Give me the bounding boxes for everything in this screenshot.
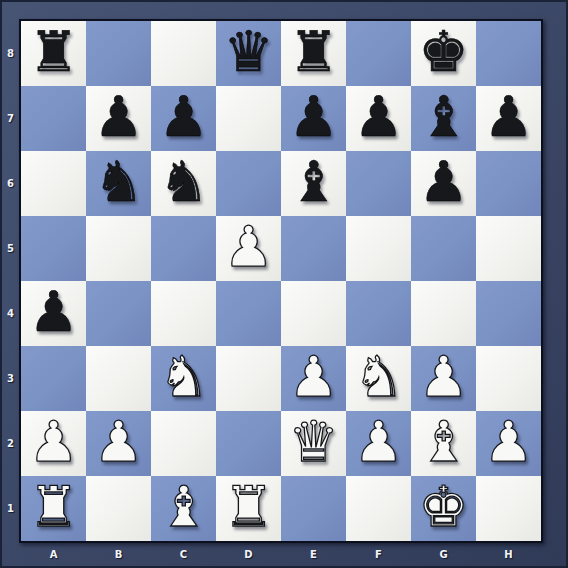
square-h4[interactable] [476, 281, 541, 346]
square-g6[interactable]: ♟ [411, 151, 476, 216]
square-a6[interactable] [21, 151, 86, 216]
black-knight-b6: ♞ [93, 154, 143, 210]
square-b1[interactable] [86, 476, 151, 541]
square-g3[interactable]: ♟ [411, 346, 476, 411]
square-b4[interactable] [86, 281, 151, 346]
white-bishop-c1: ♝ [158, 479, 208, 535]
square-f3[interactable]: ♞ [346, 346, 411, 411]
square-d6[interactable] [216, 151, 281, 216]
white-bishop-g2: ♝ [418, 414, 468, 470]
black-queen-d8: ♛ [223, 24, 273, 80]
square-c6[interactable]: ♞ [151, 151, 216, 216]
square-d5[interactable]: ♟ [216, 216, 281, 281]
file-label-a: A [21, 546, 86, 562]
square-h6[interactable] [476, 151, 541, 216]
square-c4[interactable] [151, 281, 216, 346]
white-pawn-h2: ♟ [483, 414, 533, 470]
square-c5[interactable] [151, 216, 216, 281]
rank-label-8: 8 [2, 21, 19, 86]
file-label-c: C [151, 546, 216, 562]
square-f4[interactable] [346, 281, 411, 346]
square-a4[interactable]: ♟ [21, 281, 86, 346]
rank-label-4: 4 [2, 281, 19, 346]
square-e3[interactable]: ♟ [281, 346, 346, 411]
black-pawn-f7: ♟ [353, 89, 403, 145]
black-bishop-e6: ♝ [288, 154, 338, 210]
square-d3[interactable] [216, 346, 281, 411]
black-pawn-g6: ♟ [418, 154, 468, 210]
square-c2[interactable] [151, 411, 216, 476]
chess-board: ♜♛♜♚♟♟♟♟♝♟♞♞♝♟♟♟♞♟♞♟♟♟♛♟♝♟♜♝♜♚ [19, 19, 543, 543]
square-d2[interactable] [216, 411, 281, 476]
black-pawn-b7: ♟ [93, 89, 143, 145]
file-label-d: D [216, 546, 281, 562]
rank-label-6: 6 [2, 151, 19, 216]
white-pawn-e3: ♟ [288, 349, 338, 405]
black-pawn-e7: ♟ [288, 89, 338, 145]
square-b3[interactable] [86, 346, 151, 411]
black-pawn-c7: ♟ [158, 89, 208, 145]
white-rook-a1: ♜ [28, 479, 78, 535]
black-rook-a8: ♜ [28, 24, 78, 80]
square-h3[interactable] [476, 346, 541, 411]
rank-label-3: 3 [2, 346, 19, 411]
square-d1[interactable]: ♜ [216, 476, 281, 541]
square-d4[interactable] [216, 281, 281, 346]
rank-label-5: 5 [2, 216, 19, 281]
white-pawn-b2: ♟ [93, 414, 143, 470]
square-e7[interactable]: ♟ [281, 86, 346, 151]
square-g1[interactable]: ♚ [411, 476, 476, 541]
square-a1[interactable]: ♜ [21, 476, 86, 541]
square-c7[interactable]: ♟ [151, 86, 216, 151]
white-knight-c3: ♞ [158, 349, 208, 405]
square-b2[interactable]: ♟ [86, 411, 151, 476]
white-king-g1: ♚ [418, 479, 468, 535]
square-b7[interactable]: ♟ [86, 86, 151, 151]
square-e2[interactable]: ♛ [281, 411, 346, 476]
square-c3[interactable]: ♞ [151, 346, 216, 411]
square-g5[interactable] [411, 216, 476, 281]
file-label-g: G [411, 546, 476, 562]
rank-label-1: 1 [2, 476, 19, 541]
black-bishop-g7: ♝ [418, 89, 468, 145]
square-f2[interactable]: ♟ [346, 411, 411, 476]
file-label-b: B [86, 546, 151, 562]
white-pawn-f2: ♟ [353, 414, 403, 470]
square-f6[interactable] [346, 151, 411, 216]
file-label-f: F [346, 546, 411, 562]
square-a3[interactable] [21, 346, 86, 411]
square-a7[interactable] [21, 86, 86, 151]
black-pawn-a4: ♟ [28, 284, 78, 340]
black-knight-c6: ♞ [158, 154, 208, 210]
square-e8[interactable]: ♜ [281, 21, 346, 86]
white-queen-e2: ♛ [288, 414, 338, 470]
square-f8[interactable] [346, 21, 411, 86]
square-a8[interactable]: ♜ [21, 21, 86, 86]
square-c8[interactable] [151, 21, 216, 86]
white-rook-d1: ♜ [223, 479, 273, 535]
square-h8[interactable] [476, 21, 541, 86]
square-c1[interactable]: ♝ [151, 476, 216, 541]
chess-diagram: ♜♛♜♚♟♟♟♟♝♟♞♞♝♟♟♟♞♟♞♟♟♟♛♟♝♟♜♝♜♚ 87654321 … [0, 0, 568, 568]
rank-label-2: 2 [2, 411, 19, 476]
square-a2[interactable]: ♟ [21, 411, 86, 476]
square-b8[interactable] [86, 21, 151, 86]
square-e6[interactable]: ♝ [281, 151, 346, 216]
black-king-g8: ♚ [418, 24, 468, 80]
white-pawn-a2: ♟ [28, 414, 78, 470]
square-h2[interactable]: ♟ [476, 411, 541, 476]
white-knight-f3: ♞ [353, 349, 403, 405]
rank-label-7: 7 [2, 86, 19, 151]
square-e4[interactable] [281, 281, 346, 346]
square-b6[interactable]: ♞ [86, 151, 151, 216]
square-e1[interactable] [281, 476, 346, 541]
square-g7[interactable]: ♝ [411, 86, 476, 151]
square-e5[interactable] [281, 216, 346, 281]
square-h5[interactable] [476, 216, 541, 281]
square-g4[interactable] [411, 281, 476, 346]
square-f1[interactable] [346, 476, 411, 541]
file-labels: ABCDEFGH [21, 546, 541, 562]
square-f5[interactable] [346, 216, 411, 281]
black-rook-e8: ♜ [288, 24, 338, 80]
file-label-h: H [476, 546, 541, 562]
square-d7[interactable] [216, 86, 281, 151]
white-pawn-g3: ♟ [418, 349, 468, 405]
white-pawn-d5: ♟ [223, 219, 273, 275]
square-g2[interactable]: ♝ [411, 411, 476, 476]
square-b5[interactable] [86, 216, 151, 281]
square-h1[interactable] [476, 476, 541, 541]
square-f7[interactable]: ♟ [346, 86, 411, 151]
square-d8[interactable]: ♛ [216, 21, 281, 86]
square-g8[interactable]: ♚ [411, 21, 476, 86]
file-label-e: E [281, 546, 346, 562]
square-h7[interactable]: ♟ [476, 86, 541, 151]
square-a5[interactable] [21, 216, 86, 281]
black-pawn-h7: ♟ [483, 89, 533, 145]
